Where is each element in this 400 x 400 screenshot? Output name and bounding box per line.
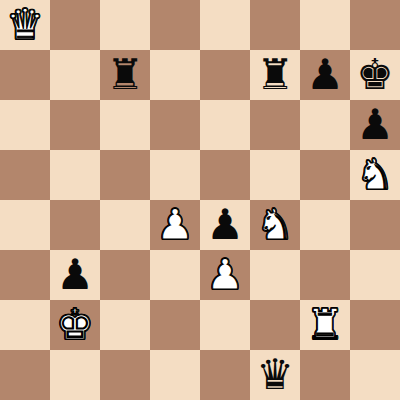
square-f5[interactable] [250,150,300,200]
square-h6[interactable]: ♟ [350,100,400,150]
black-pawn-piece: ♟ [356,104,394,146]
square-g3[interactable] [300,250,350,300]
square-b6[interactable] [50,100,100,150]
white-queen-piece: ♛ [6,4,44,46]
square-e7[interactable] [200,50,250,100]
square-e6[interactable] [200,100,250,150]
square-c5[interactable] [100,150,150,200]
square-h7[interactable]: ♚ [350,50,400,100]
square-e4[interactable]: ♟ [200,200,250,250]
square-a2[interactable] [0,300,50,350]
square-f6[interactable] [250,100,300,150]
square-h5[interactable]: ♞ [350,150,400,200]
white-pawn-piece: ♟ [206,254,244,296]
black-queen-piece: ♛ [256,354,294,396]
white-knight-piece: ♞ [256,204,294,246]
square-a6[interactable] [0,100,50,150]
white-pawn-piece: ♟ [156,204,194,246]
square-e3[interactable]: ♟ [200,250,250,300]
black-rook-piece: ♜ [256,54,294,96]
square-d5[interactable] [150,150,200,200]
square-h8[interactable] [350,0,400,50]
square-c8[interactable] [100,0,150,50]
square-c1[interactable] [100,350,150,400]
black-king-piece: ♚ [356,54,394,96]
square-c6[interactable] [100,100,150,150]
square-a5[interactable] [0,150,50,200]
square-g5[interactable] [300,150,350,200]
square-e2[interactable] [200,300,250,350]
square-d6[interactable] [150,100,200,150]
square-d7[interactable] [150,50,200,100]
square-c3[interactable] [100,250,150,300]
black-pawn-piece: ♟ [56,254,94,296]
square-g1[interactable] [300,350,350,400]
square-d4[interactable]: ♟ [150,200,200,250]
square-c4[interactable] [100,200,150,250]
square-c7[interactable]: ♜ [100,50,150,100]
white-king-piece: ♚ [56,304,94,346]
square-a8[interactable]: ♛ [0,0,50,50]
square-b7[interactable] [50,50,100,100]
square-b4[interactable] [50,200,100,250]
square-e8[interactable] [200,0,250,50]
square-a4[interactable] [0,200,50,250]
square-d3[interactable] [150,250,200,300]
square-f4[interactable]: ♞ [250,200,300,250]
square-h1[interactable] [350,350,400,400]
square-b2[interactable]: ♚ [50,300,100,350]
square-h2[interactable] [350,300,400,350]
square-g8[interactable] [300,0,350,50]
square-f1[interactable]: ♛ [250,350,300,400]
square-b8[interactable] [50,0,100,50]
square-d8[interactable] [150,0,200,50]
black-pawn-piece: ♟ [306,54,344,96]
black-rook-piece: ♜ [106,54,144,96]
square-a3[interactable] [0,250,50,300]
square-g4[interactable] [300,200,350,250]
black-pawn-piece: ♟ [206,204,244,246]
white-knight-piece: ♞ [356,154,394,196]
square-b3[interactable]: ♟ [50,250,100,300]
square-g6[interactable] [300,100,350,150]
square-b5[interactable] [50,150,100,200]
square-e5[interactable] [200,150,250,200]
square-g7[interactable]: ♟ [300,50,350,100]
square-g2[interactable]: ♜ [300,300,350,350]
square-f8[interactable] [250,0,300,50]
chess-board: ♛♜♜♟♚♟♞♟♟♞♟♟♚♜♛ [0,0,400,400]
square-b1[interactable] [50,350,100,400]
square-f7[interactable]: ♜ [250,50,300,100]
square-a7[interactable] [0,50,50,100]
square-h4[interactable] [350,200,400,250]
square-h3[interactable] [350,250,400,300]
square-d1[interactable] [150,350,200,400]
square-e1[interactable] [200,350,250,400]
square-c2[interactable] [100,300,150,350]
square-d2[interactable] [150,300,200,350]
white-rook-piece: ♜ [306,304,344,346]
square-a1[interactable] [0,350,50,400]
square-f3[interactable] [250,250,300,300]
square-f2[interactable] [250,300,300,350]
